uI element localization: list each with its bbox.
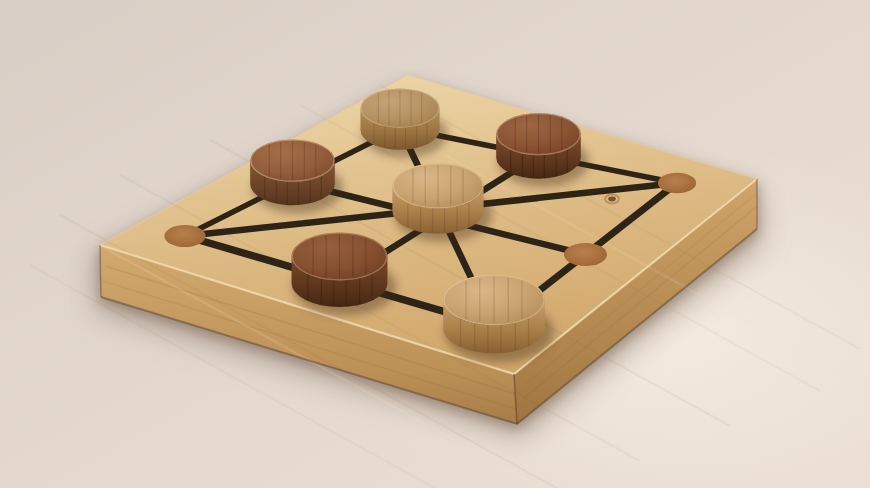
scene (0, 0, 870, 488)
